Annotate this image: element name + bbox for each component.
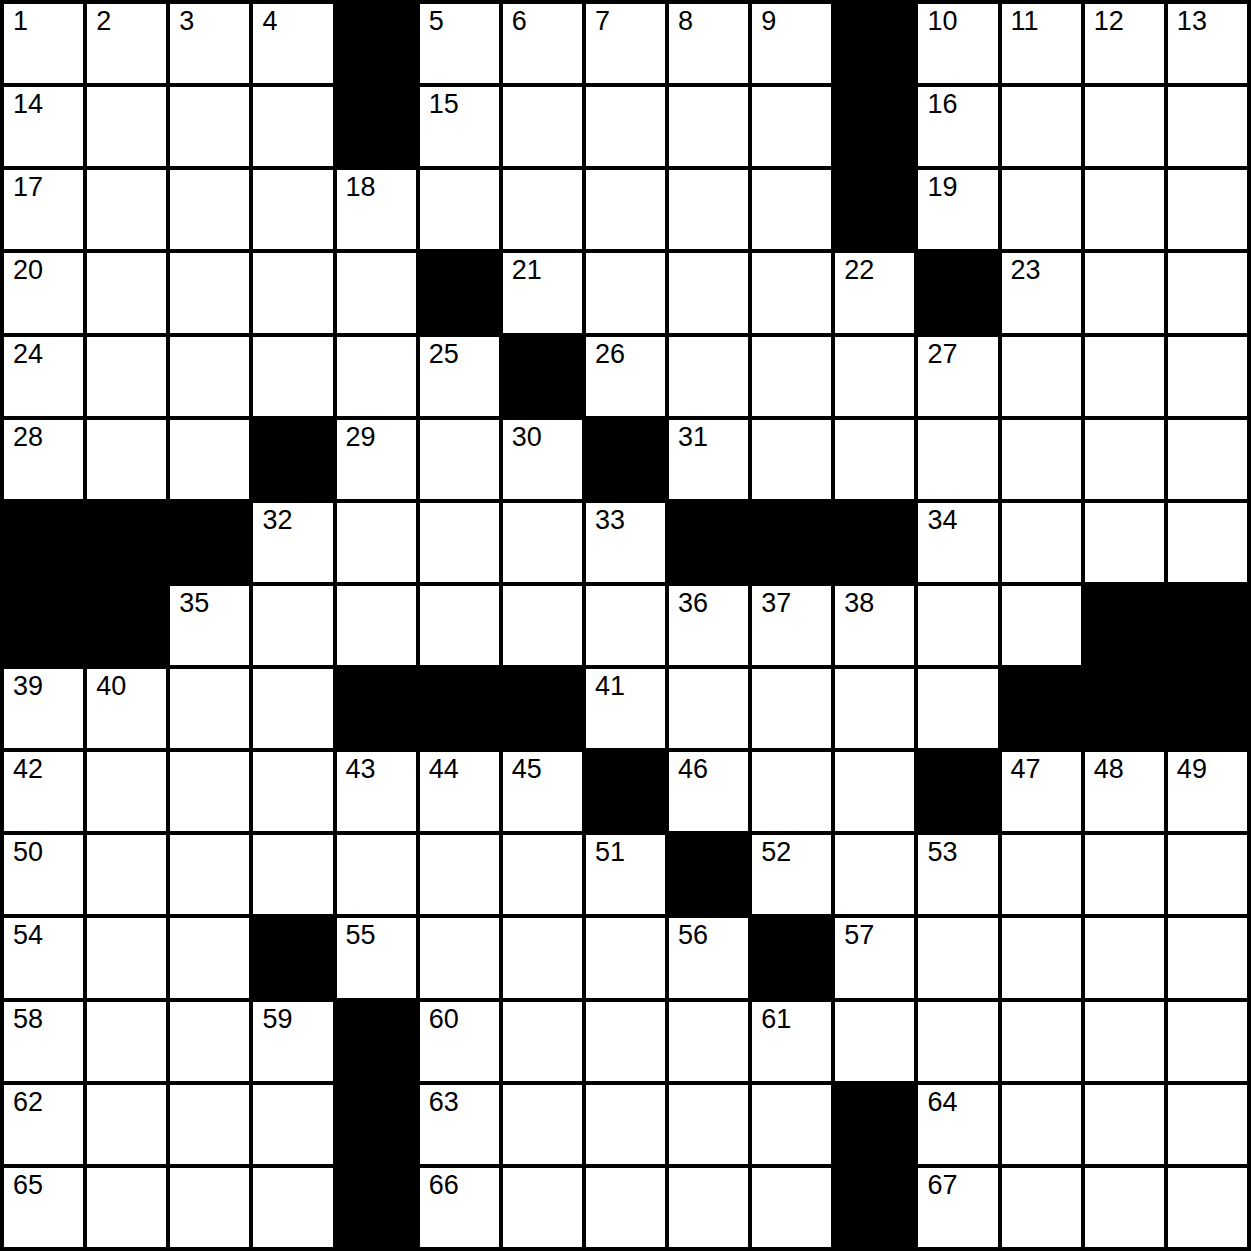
cell-r12c11[interactable]: 57 [835, 918, 914, 997]
black-cell-r8c1 [4, 586, 83, 665]
cell-r9c8[interactable]: 41 [586, 669, 665, 748]
cell-r7c13[interactable] [1002, 503, 1081, 582]
clue-number-8: 8 [678, 7, 693, 37]
cell-r5c15[interactable] [1168, 337, 1247, 416]
cell-r7c5[interactable] [337, 503, 416, 582]
cell-r5c6[interactable]: 25 [420, 337, 499, 416]
clue-number-55: 55 [346, 921, 376, 951]
cell-r12c15[interactable] [1168, 918, 1247, 997]
cell-r15c13[interactable] [1002, 1168, 1081, 1247]
cell-r2c2[interactable] [87, 87, 166, 166]
clue-number-47: 47 [1011, 755, 1041, 785]
black-cell-r4c6 [420, 253, 499, 332]
cell-r5c8[interactable]: 26 [586, 337, 665, 416]
cell-r2c6[interactable]: 15 [420, 87, 499, 166]
cell-r10c7[interactable]: 45 [503, 752, 582, 831]
cell-r2c1[interactable]: 14 [4, 87, 83, 166]
clue-number-51: 51 [595, 838, 625, 868]
clue-number-65: 65 [13, 1171, 43, 1201]
cell-r15c4[interactable] [253, 1168, 332, 1247]
cell-r6c12[interactable] [918, 420, 997, 499]
clue-number-22: 22 [844, 256, 874, 286]
black-cell-r13c5 [337, 1002, 416, 1081]
cell-r3c10[interactable] [752, 170, 831, 249]
cell-r15c2[interactable] [87, 1168, 166, 1247]
clue-number-2: 2 [96, 7, 111, 37]
cell-r4c1[interactable]: 20 [4, 253, 83, 332]
cell-r11c10[interactable]: 52 [752, 835, 831, 914]
cell-r13c14[interactable] [1085, 1002, 1164, 1081]
cell-r12c3[interactable] [170, 918, 249, 997]
cell-r6c15[interactable] [1168, 420, 1247, 499]
cell-r1c2[interactable]: 2 [87, 4, 166, 83]
clue-number-58: 58 [13, 1005, 43, 1035]
cell-r11c14[interactable] [1085, 835, 1164, 914]
cell-r11c8[interactable]: 51 [586, 835, 665, 914]
clue-number-29: 29 [346, 423, 376, 453]
cell-r15c12[interactable]: 67 [918, 1168, 997, 1247]
cell-r14c2[interactable] [87, 1085, 166, 1164]
cell-r4c3[interactable] [170, 253, 249, 332]
cell-r15c6[interactable]: 66 [420, 1168, 499, 1247]
black-cell-r12c4 [253, 918, 332, 997]
black-cell-r10c12 [918, 752, 997, 831]
cell-r14c4[interactable] [253, 1085, 332, 1164]
cell-r12c6[interactable] [420, 918, 499, 997]
cell-r8c5[interactable] [337, 586, 416, 665]
clue-number-21: 21 [512, 256, 542, 286]
cell-r2c8[interactable] [586, 87, 665, 166]
cell-r5c11[interactable] [835, 337, 914, 416]
cell-r13c2[interactable] [87, 1002, 166, 1081]
clue-number-9: 9 [761, 7, 776, 37]
cell-r15c10[interactable] [752, 1168, 831, 1247]
cell-r13c15[interactable] [1168, 1002, 1247, 1081]
cell-r5c2[interactable] [87, 337, 166, 416]
cell-r14c15[interactable] [1168, 1085, 1247, 1164]
black-cell-r14c5 [337, 1085, 416, 1164]
cell-r14c8[interactable] [586, 1085, 665, 1164]
black-cell-r11c9 [669, 835, 748, 914]
cell-r10c4[interactable] [253, 752, 332, 831]
cell-r3c14[interactable] [1085, 170, 1164, 249]
cell-r6c5[interactable]: 29 [337, 420, 416, 499]
clue-number-23: 23 [1011, 256, 1041, 286]
cell-r3c4[interactable] [253, 170, 332, 249]
cell-r15c8[interactable] [586, 1168, 665, 1247]
cell-r12c13[interactable] [1002, 918, 1081, 997]
black-cell-r2c5 [337, 87, 416, 166]
cell-r2c3[interactable] [170, 87, 249, 166]
clue-number-53: 53 [927, 838, 957, 868]
cell-r12c9[interactable]: 56 [669, 918, 748, 997]
clue-number-57: 57 [844, 921, 874, 951]
cell-r1c7[interactable]: 6 [503, 4, 582, 83]
clue-number-41: 41 [595, 672, 625, 702]
clue-number-34: 34 [927, 506, 957, 536]
cell-r7c8[interactable]: 33 [586, 503, 665, 582]
cell-r6c1[interactable]: 28 [4, 420, 83, 499]
black-cell-r9c14 [1085, 669, 1164, 748]
cell-r6c7[interactable]: 30 [503, 420, 582, 499]
clue-number-1: 1 [13, 7, 28, 37]
cell-r6c10[interactable] [752, 420, 831, 499]
cell-r6c3[interactable] [170, 420, 249, 499]
cell-r2c4[interactable] [253, 87, 332, 166]
cell-r7c14[interactable] [1085, 503, 1164, 582]
black-cell-r1c5 [337, 4, 416, 83]
cell-r5c12[interactable]: 27 [918, 337, 997, 416]
cell-r7c6[interactable] [420, 503, 499, 582]
black-cell-r9c6 [420, 669, 499, 748]
cell-r10c13[interactable]: 47 [1002, 752, 1081, 831]
black-cell-r15c11 [835, 1168, 914, 1247]
cell-r11c2[interactable] [87, 835, 166, 914]
clue-number-10: 10 [927, 7, 957, 37]
clue-number-52: 52 [761, 838, 791, 868]
clue-number-42: 42 [13, 755, 43, 785]
cell-r4c7[interactable]: 21 [503, 253, 582, 332]
clue-number-61: 61 [761, 1005, 791, 1035]
cell-r14c10[interactable] [752, 1085, 831, 1164]
cell-r10c6[interactable]: 44 [420, 752, 499, 831]
cell-r6c13[interactable] [1002, 420, 1081, 499]
clue-number-43: 43 [346, 755, 376, 785]
cell-r2c10[interactable] [752, 87, 831, 166]
cell-r3c1[interactable]: 17 [4, 170, 83, 249]
cell-r8c10[interactable]: 37 [752, 586, 831, 665]
clue-number-45: 45 [512, 755, 542, 785]
clue-number-4: 4 [262, 7, 277, 37]
black-cell-r7c10 [752, 503, 831, 582]
clue-number-54: 54 [13, 921, 43, 951]
cell-r15c7[interactable] [503, 1168, 582, 1247]
black-cell-r3c11 [835, 170, 914, 249]
cell-r13c8[interactable] [586, 1002, 665, 1081]
cell-r14c1[interactable]: 62 [4, 1085, 83, 1164]
cell-r14c9[interactable] [669, 1085, 748, 1164]
cell-r8c3[interactable]: 35 [170, 586, 249, 665]
black-cell-r9c13 [1002, 669, 1081, 748]
clue-number-27: 27 [927, 340, 957, 370]
clue-number-50: 50 [13, 838, 43, 868]
cell-r7c15[interactable] [1168, 503, 1247, 582]
cell-r3c15[interactable] [1168, 170, 1247, 249]
cell-r15c3[interactable] [170, 1168, 249, 1247]
cell-r3c3[interactable] [170, 170, 249, 249]
cell-r3c5[interactable]: 18 [337, 170, 416, 249]
cell-r9c1[interactable]: 39 [4, 669, 83, 748]
cell-r12c7[interactable] [503, 918, 582, 997]
cell-r12c1[interactable]: 54 [4, 918, 83, 997]
clue-number-19: 19 [927, 173, 957, 203]
cell-r5c4[interactable] [253, 337, 332, 416]
black-cell-r8c15 [1168, 586, 1247, 665]
cell-r1c4[interactable]: 4 [253, 4, 332, 83]
clue-number-39: 39 [13, 672, 43, 702]
cell-r1c1[interactable]: 1 [4, 4, 83, 83]
clue-number-56: 56 [678, 921, 708, 951]
clue-number-14: 14 [13, 90, 43, 120]
black-cell-r7c1 [4, 503, 83, 582]
cell-r1c14[interactable]: 12 [1085, 4, 1164, 83]
cell-r1c15[interactable]: 13 [1168, 4, 1247, 83]
cell-r4c14[interactable] [1085, 253, 1164, 332]
cell-r4c4[interactable] [253, 253, 332, 332]
cell-r14c7[interactable] [503, 1085, 582, 1164]
black-cell-r9c15 [1168, 669, 1247, 748]
cell-r10c14[interactable]: 48 [1085, 752, 1164, 831]
cell-r4c2[interactable] [87, 253, 166, 332]
cell-r4c11[interactable]: 22 [835, 253, 914, 332]
cell-r11c3[interactable] [170, 835, 249, 914]
cell-r13c13[interactable] [1002, 1002, 1081, 1081]
cell-r6c9[interactable]: 31 [669, 420, 748, 499]
clue-number-48: 48 [1094, 755, 1124, 785]
black-cell-r6c8 [586, 420, 665, 499]
black-cell-r7c3 [170, 503, 249, 582]
cell-r1c8[interactable]: 7 [586, 4, 665, 83]
cell-r1c6[interactable]: 5 [420, 4, 499, 83]
clue-number-64: 64 [927, 1088, 957, 1118]
clue-number-38: 38 [844, 589, 874, 619]
cell-r9c3[interactable] [170, 669, 249, 748]
clue-number-37: 37 [761, 589, 791, 619]
black-cell-r4c12 [918, 253, 997, 332]
cell-r6c2[interactable] [87, 420, 166, 499]
cell-r15c9[interactable] [669, 1168, 748, 1247]
cell-r11c11[interactable] [835, 835, 914, 914]
cell-r1c13[interactable]: 11 [1002, 4, 1081, 83]
cell-r2c9[interactable] [669, 87, 748, 166]
cell-r3c13[interactable] [1002, 170, 1081, 249]
cell-r5c14[interactable] [1085, 337, 1164, 416]
clue-number-49: 49 [1177, 755, 1207, 785]
cell-r5c5[interactable] [337, 337, 416, 416]
cell-r8c12[interactable] [918, 586, 997, 665]
cell-r12c14[interactable] [1085, 918, 1164, 997]
cell-r13c11[interactable] [835, 1002, 914, 1081]
black-cell-r9c7 [503, 669, 582, 748]
cell-r9c4[interactable] [253, 669, 332, 748]
cell-r14c14[interactable] [1085, 1085, 1164, 1164]
clue-number-59: 59 [262, 1005, 292, 1035]
cell-r1c12[interactable]: 10 [918, 4, 997, 83]
cell-r5c13[interactable] [1002, 337, 1081, 416]
cell-r2c15[interactable] [1168, 87, 1247, 166]
cell-r7c12[interactable]: 34 [918, 503, 997, 582]
clue-number-63: 63 [429, 1088, 459, 1118]
cell-r4c5[interactable] [337, 253, 416, 332]
cell-r15c1[interactable]: 65 [4, 1168, 83, 1247]
cell-r9c11[interactable] [835, 669, 914, 748]
crossword-grid: 1234567891011121314151617181920212223242… [0, 0, 1251, 1251]
black-cell-r15c5 [337, 1168, 416, 1247]
cell-r10c1[interactable]: 42 [4, 752, 83, 831]
clue-number-28: 28 [13, 423, 43, 453]
clue-number-25: 25 [429, 340, 459, 370]
black-cell-r7c9 [669, 503, 748, 582]
clue-number-30: 30 [512, 423, 542, 453]
black-cell-r9c5 [337, 669, 416, 748]
cell-r4c10[interactable] [752, 253, 831, 332]
cell-r3c9[interactable] [669, 170, 748, 249]
cell-r4c9[interactable] [669, 253, 748, 332]
cell-r13c6[interactable]: 60 [420, 1002, 499, 1081]
clue-number-18: 18 [346, 173, 376, 203]
cell-r10c3[interactable] [170, 752, 249, 831]
clue-number-44: 44 [429, 755, 459, 785]
clue-number-62: 62 [13, 1088, 43, 1118]
cell-r12c5[interactable]: 55 [337, 918, 416, 997]
black-cell-r7c2 [87, 503, 166, 582]
cell-r9c12[interactable] [918, 669, 997, 748]
cell-r13c3[interactable] [170, 1002, 249, 1081]
cell-r11c12[interactable]: 53 [918, 835, 997, 914]
cell-r11c1[interactable]: 50 [4, 835, 83, 914]
cell-r10c2[interactable] [87, 752, 166, 831]
clue-number-40: 40 [96, 672, 126, 702]
cell-r4c13[interactable]: 23 [1002, 253, 1081, 332]
cell-r8c6[interactable] [420, 586, 499, 665]
cell-r12c12[interactable] [918, 918, 997, 997]
black-cell-r1c11 [835, 4, 914, 83]
cell-r15c15[interactable] [1168, 1168, 1247, 1247]
clue-number-17: 17 [13, 173, 43, 203]
cell-r10c15[interactable]: 49 [1168, 752, 1247, 831]
clue-number-67: 67 [927, 1171, 957, 1201]
cell-r13c12[interactable] [918, 1002, 997, 1081]
cell-r11c7[interactable] [503, 835, 582, 914]
cell-r11c5[interactable] [337, 835, 416, 914]
cell-r6c14[interactable] [1085, 420, 1164, 499]
clue-number-5: 5 [429, 7, 444, 37]
cell-r1c3[interactable]: 3 [170, 4, 249, 83]
black-cell-r2c11 [835, 87, 914, 166]
cell-r13c9[interactable] [669, 1002, 748, 1081]
cell-r5c9[interactable] [669, 337, 748, 416]
cell-r14c3[interactable] [170, 1085, 249, 1164]
black-cell-r6c4 [253, 420, 332, 499]
cell-r2c12[interactable]: 16 [918, 87, 997, 166]
black-cell-r8c2 [87, 586, 166, 665]
clue-number-36: 36 [678, 589, 708, 619]
black-cell-r10c8 [586, 752, 665, 831]
cell-r3c12[interactable]: 19 [918, 170, 997, 249]
cell-r11c15[interactable] [1168, 835, 1247, 914]
cell-r9c10[interactable] [752, 669, 831, 748]
cell-r10c5[interactable]: 43 [337, 752, 416, 831]
black-cell-r5c7 [503, 337, 582, 416]
cell-r10c10[interactable] [752, 752, 831, 831]
cell-r5c10[interactable] [752, 337, 831, 416]
clue-number-66: 66 [429, 1171, 459, 1201]
black-cell-r8c14 [1085, 586, 1164, 665]
clue-number-32: 32 [262, 506, 292, 536]
cell-r11c4[interactable] [253, 835, 332, 914]
cell-r2c7[interactable] [503, 87, 582, 166]
cell-r8c9[interactable]: 36 [669, 586, 748, 665]
cell-r2c14[interactable] [1085, 87, 1164, 166]
cell-r7c7[interactable] [503, 503, 582, 582]
clue-number-16: 16 [927, 90, 957, 120]
cell-r15c14[interactable] [1085, 1168, 1164, 1247]
clue-number-31: 31 [678, 423, 708, 453]
cell-r6c6[interactable] [420, 420, 499, 499]
cell-r12c2[interactable] [87, 918, 166, 997]
cell-r13c1[interactable]: 58 [4, 1002, 83, 1081]
clue-number-33: 33 [595, 506, 625, 536]
cell-r3c6[interactable] [420, 170, 499, 249]
cell-r1c10[interactable]: 9 [752, 4, 831, 83]
clue-number-24: 24 [13, 340, 43, 370]
cell-r9c2[interactable]: 40 [87, 669, 166, 748]
cell-r5c1[interactable]: 24 [4, 337, 83, 416]
cell-r3c2[interactable] [87, 170, 166, 249]
black-cell-r12c10 [752, 918, 831, 997]
black-cell-r7c11 [835, 503, 914, 582]
clue-number-12: 12 [1094, 7, 1124, 37]
cell-r3c7[interactable] [503, 170, 582, 249]
cell-r8c4[interactable] [253, 586, 332, 665]
cell-r1c9[interactable]: 8 [669, 4, 748, 83]
black-cell-r14c11 [835, 1085, 914, 1164]
cell-r4c8[interactable] [586, 253, 665, 332]
clue-number-60: 60 [429, 1005, 459, 1035]
cell-r6c11[interactable] [835, 420, 914, 499]
clue-number-11: 11 [1011, 7, 1039, 37]
clue-number-20: 20 [13, 256, 43, 286]
clue-number-6: 6 [512, 7, 527, 37]
cell-r14c12[interactable]: 64 [918, 1085, 997, 1164]
cell-r7c4[interactable]: 32 [253, 503, 332, 582]
cell-r11c13[interactable] [1002, 835, 1081, 914]
cell-r2c13[interactable] [1002, 87, 1081, 166]
cell-r4c15[interactable] [1168, 253, 1247, 332]
cell-r10c11[interactable] [835, 752, 914, 831]
clue-number-26: 26 [595, 340, 625, 370]
cell-r8c7[interactable] [503, 586, 582, 665]
cell-r14c6[interactable]: 63 [420, 1085, 499, 1164]
cell-r9c9[interactable] [669, 669, 748, 748]
cell-r10c9[interactable]: 46 [669, 752, 748, 831]
clue-number-46: 46 [678, 755, 708, 785]
clue-number-7: 7 [595, 7, 610, 37]
cell-r3c8[interactable] [586, 170, 665, 249]
cell-r5c3[interactable] [170, 337, 249, 416]
clue-number-13: 13 [1177, 7, 1207, 37]
cell-r13c4[interactable]: 59 [253, 1002, 332, 1081]
cell-r14c13[interactable] [1002, 1085, 1081, 1164]
cell-r13c10[interactable]: 61 [752, 1002, 831, 1081]
cell-r8c8[interactable] [586, 586, 665, 665]
clue-number-3: 3 [179, 7, 194, 37]
cell-r13c7[interactable] [503, 1002, 582, 1081]
cell-r8c11[interactable]: 38 [835, 586, 914, 665]
clue-number-35: 35 [179, 589, 209, 619]
cell-r11c6[interactable] [420, 835, 499, 914]
cell-r8c13[interactable] [1002, 586, 1081, 665]
cell-r12c8[interactable] [586, 918, 665, 997]
clue-number-15: 15 [429, 90, 459, 120]
